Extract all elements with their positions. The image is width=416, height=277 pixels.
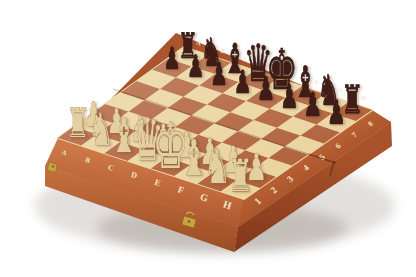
- chess-board-scene: ABCDEFGH 12345678 ABCDEFGH ♜♞♟♝♟♛♟♚♟♝♟♞♟…: [0, 0, 416, 277]
- piece-black-pawn-a7[interactable]: ♟: [163, 40, 180, 76]
- piece-black-pawn-h7[interactable]: ♟: [327, 93, 346, 132]
- chess-set-photo: ABCDEFGH 12345678 ABCDEFGH ♜♞♟♝♟♛♟♚♟♝♟♞♟…: [0, 0, 416, 277]
- piece-white-rook-a1[interactable]: ♜: [66, 100, 89, 146]
- piece-black-pawn-g7[interactable]: ♟: [303, 85, 322, 124]
- piece-black-pawn-e7[interactable]: ♟: [257, 71, 276, 108]
- piece-black-pawn-c7[interactable]: ♟: [210, 56, 228, 92]
- piece-black-pawn-f7[interactable]: ♟: [280, 78, 299, 115]
- piece-white-rook-h1[interactable]: ♜: [228, 150, 253, 201]
- piece-white-knight-g1[interactable]: ♞: [203, 139, 230, 194]
- piece-black-pawn-b7[interactable]: ♟: [187, 48, 205, 84]
- piece-black-pawn-d7[interactable]: ♟: [233, 63, 251, 100]
